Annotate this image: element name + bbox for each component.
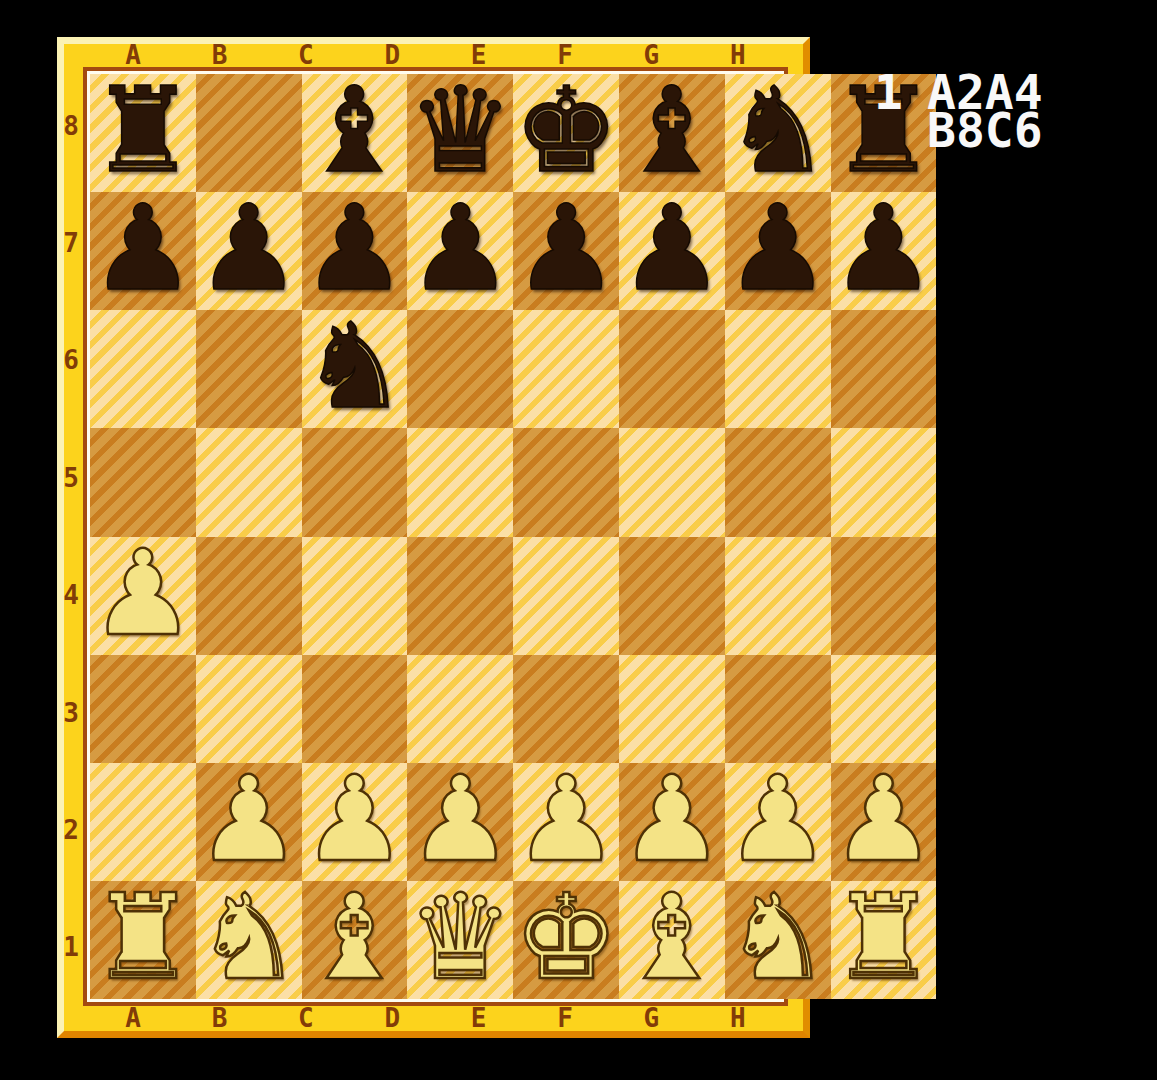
square-e2[interactable]: ♟: [513, 763, 619, 881]
move-row: 1A2A4B8C6: [874, 73, 1043, 149]
square-g1[interactable]: ♞: [725, 881, 831, 999]
square-d6[interactable]: [407, 310, 513, 428]
square-b5[interactable]: [196, 428, 302, 537]
square-b2[interactable]: ♟: [196, 763, 302, 881]
white-king-piece[interactable]: ♚: [513, 878, 619, 996]
square-c8[interactable]: ♝: [302, 74, 408, 192]
square-e6[interactable]: [513, 310, 619, 428]
square-b6[interactable]: [196, 310, 302, 428]
rank-label-left-1: 1: [61, 889, 81, 1006]
file-label-bottom-f: F: [522, 1005, 608, 1031]
square-b1[interactable]: ♞: [196, 881, 302, 999]
file-label-bottom-c: C: [263, 1005, 349, 1031]
black-pawn-piece[interactable]: ♟: [831, 189, 937, 307]
square-c1[interactable]: ♝: [302, 881, 408, 999]
white-pawn-piece[interactable]: ♟: [90, 534, 196, 652]
white-pawn-piece[interactable]: ♟: [725, 760, 831, 878]
square-a1[interactable]: ♜: [90, 881, 196, 999]
file-label-bottom-b: B: [176, 1005, 262, 1031]
move-black-text: B8C6: [927, 111, 1043, 149]
board-white-border: ♜♝♛♚♝♞♜♟♟♟♟♟♟♟♟♞♟♟♟♟♟♟♟♟♜♞♝♛♚♝♞♜: [87, 71, 784, 1002]
move-list: 1A2A4B8C6: [874, 73, 1043, 149]
square-h2[interactable]: ♟: [831, 763, 937, 881]
square-e1[interactable]: ♚: [513, 881, 619, 999]
board-inner-border: ♜♝♛♚♝♞♜♟♟♟♟♟♟♟♟♞♟♟♟♟♟♟♟♟♜♞♝♛♚♝♞♜: [83, 67, 788, 1006]
square-g4[interactable]: [725, 537, 831, 655]
square-d3[interactable]: [407, 655, 513, 764]
square-f2[interactable]: ♟: [619, 763, 725, 881]
move-pair: A2A4B8C6: [927, 73, 1043, 149]
square-b8[interactable]: [196, 74, 302, 192]
file-label-bottom-a: A: [90, 1005, 176, 1031]
square-g3[interactable]: [725, 655, 831, 764]
white-pawn-piece[interactable]: ♟: [513, 760, 619, 878]
white-rook-piece[interactable]: ♜: [90, 878, 196, 996]
file-label-bottom-h: H: [695, 1005, 781, 1031]
white-pawn-piece[interactable]: ♟: [407, 760, 513, 878]
white-pawn-piece[interactable]: ♟: [831, 760, 937, 878]
white-pawn-piece[interactable]: ♟: [619, 760, 725, 878]
black-pawn-piece[interactable]: ♟: [302, 189, 408, 307]
black-king-piece[interactable]: ♚: [513, 71, 619, 189]
black-pawn-piece[interactable]: ♟: [725, 189, 831, 307]
square-h6[interactable]: [831, 310, 937, 428]
square-e7[interactable]: ♟: [513, 192, 619, 310]
square-a6[interactable]: [90, 310, 196, 428]
square-d7[interactable]: ♟: [407, 192, 513, 310]
square-c7[interactable]: ♟: [302, 192, 408, 310]
white-knight-piece[interactable]: ♞: [725, 878, 831, 996]
black-rook-piece[interactable]: ♜: [90, 71, 196, 189]
square-c6[interactable]: ♞: [302, 310, 408, 428]
rank-label-left-7: 7: [61, 184, 81, 301]
move-number: 1: [874, 73, 927, 111]
white-queen-piece[interactable]: ♛: [407, 878, 513, 996]
square-f7[interactable]: ♟: [619, 192, 725, 310]
square-f4[interactable]: [619, 537, 725, 655]
file-label-bottom-d: D: [349, 1005, 435, 1031]
square-d5[interactable]: [407, 428, 513, 537]
square-a4[interactable]: ♟: [90, 537, 196, 655]
black-pawn-piece[interactable]: ♟: [90, 189, 196, 307]
white-rook-piece[interactable]: ♜: [831, 878, 937, 996]
file-labels-bottom: ABCDEFGH: [90, 1005, 781, 1031]
black-pawn-piece[interactable]: ♟: [196, 189, 302, 307]
rank-label-left-6: 6: [61, 302, 81, 419]
square-g5[interactable]: [725, 428, 831, 537]
square-d1[interactable]: ♛: [407, 881, 513, 999]
rank-label-left-4: 4: [61, 537, 81, 654]
square-f8[interactable]: ♝: [619, 74, 725, 192]
rank-label-left-5: 5: [61, 419, 81, 536]
black-pawn-piece[interactable]: ♟: [619, 189, 725, 307]
square-h4[interactable]: [831, 537, 937, 655]
square-h1[interactable]: ♜: [831, 881, 937, 999]
rank-label-left-3: 3: [61, 654, 81, 771]
black-pawn-piece[interactable]: ♟: [407, 189, 513, 307]
rank-labels-left: 87654321: [61, 67, 81, 1006]
square-c3[interactable]: [302, 655, 408, 764]
black-queen-piece[interactable]: ♛: [407, 71, 513, 189]
square-h7[interactable]: ♟: [831, 192, 937, 310]
square-f1[interactable]: ♝: [619, 881, 725, 999]
square-g7[interactable]: ♟: [725, 192, 831, 310]
square-d2[interactable]: ♟: [407, 763, 513, 881]
white-knight-piece[interactable]: ♞: [196, 878, 302, 996]
square-a2[interactable]: [90, 763, 196, 881]
white-bishop-piece[interactable]: ♝: [619, 878, 725, 996]
square-c5[interactable]: [302, 428, 408, 537]
square-b4[interactable]: [196, 537, 302, 655]
square-c2[interactable]: ♟: [302, 763, 408, 881]
square-h5[interactable]: [831, 428, 937, 537]
white-pawn-piece[interactable]: ♟: [302, 760, 408, 878]
square-b7[interactable]: ♟: [196, 192, 302, 310]
black-pawn-piece[interactable]: ♟: [513, 189, 619, 307]
square-d4[interactable]: [407, 537, 513, 655]
square-e3[interactable]: [513, 655, 619, 764]
square-e8[interactable]: ♚: [513, 74, 619, 192]
white-pawn-piece[interactable]: ♟: [196, 760, 302, 878]
rank-label-left-8: 8: [61, 67, 81, 184]
square-e5[interactable]: [513, 428, 619, 537]
black-bishop-piece[interactable]: ♝: [619, 71, 725, 189]
square-b3[interactable]: [196, 655, 302, 764]
black-bishop-piece[interactable]: ♝: [302, 71, 408, 189]
file-label-bottom-g: G: [608, 1005, 694, 1031]
square-g2[interactable]: ♟: [725, 763, 831, 881]
square-a8[interactable]: ♜: [90, 74, 196, 192]
board-squares: ♜♝♛♚♝♞♜♟♟♟♟♟♟♟♟♞♟♟♟♟♟♟♟♟♜♞♝♛♚♝♞♜: [90, 74, 781, 999]
square-f3[interactable]: [619, 655, 725, 764]
chess-board-frame: ABCDEFGH ABCDEFGH 87654321 87654321 ♜♝♛♚…: [57, 37, 810, 1038]
square-f6[interactable]: [619, 310, 725, 428]
square-f5[interactable]: [619, 428, 725, 537]
square-c4[interactable]: [302, 537, 408, 655]
square-a7[interactable]: ♟: [90, 192, 196, 310]
black-knight-piece[interactable]: ♞: [725, 71, 831, 189]
square-d8[interactable]: ♛: [407, 74, 513, 192]
square-g6[interactable]: [725, 310, 831, 428]
square-a3[interactable]: [90, 655, 196, 764]
square-a5[interactable]: [90, 428, 196, 537]
square-g8[interactable]: ♞: [725, 74, 831, 192]
rank-label-left-2: 2: [61, 771, 81, 888]
square-e4[interactable]: [513, 537, 619, 655]
file-label-bottom-e: E: [436, 1005, 522, 1031]
white-bishop-piece[interactable]: ♝: [302, 878, 408, 996]
black-knight-piece[interactable]: ♞: [302, 307, 408, 425]
square-h3[interactable]: [831, 655, 937, 764]
